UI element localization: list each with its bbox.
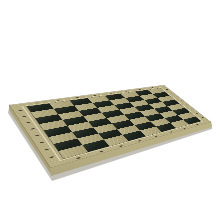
frame-dot-right-4 [180,100,182,101]
frame-dot-bottom-7 [183,127,186,128]
frame-dot-left-4 [30,128,34,130]
frame-dot-bottom-3 [119,145,123,147]
frame-dot-bottom-6 [170,131,173,132]
frame-dot-left-7 [44,149,48,151]
frame-dot-right-2 [170,93,172,94]
frame-dot-right-6 [190,109,192,110]
frame-dot-bottom-8 [196,124,198,125]
frame-dot-right-7 [196,113,198,114]
frame-dot-bottom-4 [138,140,141,142]
frame-dot-bottom-1 [76,157,80,159]
frame-dot-right-5 [185,104,187,105]
frame-dot-left-6 [39,142,43,144]
frame-dot-left-3 [26,122,30,123]
frame-dot-right-8 [201,117,203,118]
product-photo [0,0,220,220]
frame-dot-bottom-5 [154,135,157,136]
frame-dot-left-8 [49,156,53,158]
frame-dot-bottom-2 [99,151,103,153]
frame-dot-left-2 [22,116,26,117]
frame-dot-left-5 [35,135,39,137]
frame-dot-right-1 [166,89,168,90]
frame-dot-left-1 [18,110,22,111]
frame-dot-right-3 [175,97,177,98]
